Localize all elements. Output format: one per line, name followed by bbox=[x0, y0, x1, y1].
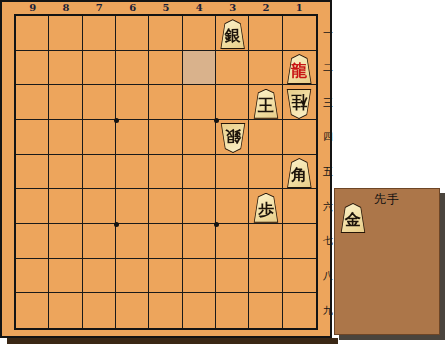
square-2-1[interactable] bbox=[249, 16, 282, 51]
piece-kanji: 銀 bbox=[225, 128, 241, 148]
piece-kanji: 王 bbox=[258, 94, 274, 114]
rank-label-4: 四 bbox=[322, 120, 334, 155]
square-4-2[interactable] bbox=[183, 51, 216, 86]
square-5-7[interactable] bbox=[149, 224, 182, 259]
square-5-2[interactable] bbox=[149, 51, 182, 86]
square-2-4[interactable] bbox=[249, 120, 282, 155]
square-6-7[interactable] bbox=[116, 224, 149, 259]
square-6-4[interactable] bbox=[116, 120, 149, 155]
square-5-8[interactable] bbox=[149, 259, 182, 294]
square-8-1[interactable] bbox=[49, 16, 82, 51]
square-6-3[interactable] bbox=[116, 85, 149, 120]
file-label-9: 9 bbox=[16, 2, 49, 14]
file-label-2: 2 bbox=[249, 2, 282, 14]
square-1-9[interactable] bbox=[283, 293, 316, 328]
square-3-6[interactable] bbox=[216, 189, 249, 224]
square-9-7[interactable] bbox=[16, 224, 49, 259]
square-8-9[interactable] bbox=[49, 293, 82, 328]
rank-label-2: 二 bbox=[322, 51, 334, 86]
file-label-3: 3 bbox=[216, 2, 249, 14]
square-5-6[interactable] bbox=[149, 189, 182, 224]
square-4-8[interactable] bbox=[183, 259, 216, 294]
square-3-5[interactable] bbox=[216, 155, 249, 190]
square-1-6[interactable] bbox=[283, 189, 316, 224]
square-2-7[interactable] bbox=[249, 224, 282, 259]
square-4-7[interactable] bbox=[183, 224, 216, 259]
square-1-1[interactable] bbox=[283, 16, 316, 51]
piece-kanji: 角 bbox=[291, 163, 307, 183]
square-6-2[interactable] bbox=[116, 51, 149, 86]
square-7-3[interactable] bbox=[83, 85, 116, 120]
square-9-3[interactable] bbox=[16, 85, 49, 120]
piece-kanji: 龍 bbox=[291, 59, 307, 79]
square-8-5[interactable] bbox=[49, 155, 82, 190]
rank-label-9: 九 bbox=[322, 293, 334, 328]
piece-face: 金 bbox=[341, 204, 365, 232]
square-5-9[interactable] bbox=[149, 293, 182, 328]
square-7-8[interactable] bbox=[83, 259, 116, 294]
piece-kanji: 銀 bbox=[225, 24, 241, 44]
square-6-8[interactable] bbox=[116, 259, 149, 294]
square-2-2[interactable] bbox=[249, 51, 282, 86]
square-3-9[interactable] bbox=[216, 293, 249, 328]
square-4-6[interactable] bbox=[183, 189, 216, 224]
square-5-4[interactable] bbox=[149, 120, 182, 155]
square-9-8[interactable] bbox=[16, 259, 49, 294]
square-9-2[interactable] bbox=[16, 51, 49, 86]
square-6-5[interactable] bbox=[116, 155, 149, 190]
square-4-1[interactable] bbox=[183, 16, 216, 51]
piece-kanji: 歩 bbox=[258, 198, 274, 218]
square-7-6[interactable] bbox=[83, 189, 116, 224]
star-point bbox=[114, 118, 119, 123]
square-1-8[interactable] bbox=[283, 259, 316, 294]
piece-kanji: 金 bbox=[345, 208, 361, 228]
star-point bbox=[214, 118, 219, 123]
star-point bbox=[114, 222, 119, 227]
square-9-4[interactable] bbox=[16, 120, 49, 155]
square-1-7[interactable] bbox=[283, 224, 316, 259]
board-panel-shadow bbox=[7, 338, 338, 344]
rank-label-8: 八 bbox=[322, 259, 334, 294]
square-7-4[interactable] bbox=[83, 120, 116, 155]
square-8-3[interactable] bbox=[49, 85, 82, 120]
square-8-7[interactable] bbox=[49, 224, 82, 259]
square-2-8[interactable] bbox=[249, 259, 282, 294]
square-9-9[interactable] bbox=[16, 293, 49, 328]
square-9-1[interactable] bbox=[16, 16, 49, 51]
square-5-1[interactable] bbox=[149, 16, 182, 51]
board-panel: 987654321 一二三四五六七八九 銀龍王桂銀角歩 bbox=[0, 0, 332, 338]
rank-label-5: 五 bbox=[322, 155, 334, 190]
square-7-7[interactable] bbox=[83, 224, 116, 259]
rank-label-3: 三 bbox=[322, 85, 334, 120]
square-2-9[interactable] bbox=[249, 293, 282, 328]
star-point bbox=[214, 222, 219, 227]
piece-kanji: 桂 bbox=[291, 94, 307, 114]
square-9-5[interactable] bbox=[16, 155, 49, 190]
square-3-2[interactable] bbox=[216, 51, 249, 86]
square-7-1[interactable] bbox=[83, 16, 116, 51]
sente-hand-tray: 先手 金 bbox=[334, 188, 440, 335]
file-label-1: 1 bbox=[283, 2, 316, 14]
square-4-9[interactable] bbox=[183, 293, 216, 328]
board-grid bbox=[16, 16, 316, 328]
square-8-8[interactable] bbox=[49, 259, 82, 294]
square-2-5[interactable] bbox=[249, 155, 282, 190]
rank-label-7: 七 bbox=[322, 224, 334, 259]
square-9-6[interactable] bbox=[16, 189, 49, 224]
shogi-board bbox=[14, 14, 318, 330]
square-8-2[interactable] bbox=[49, 51, 82, 86]
file-label-4: 4 bbox=[183, 2, 216, 14]
shogi-diagram: 987654321 一二三四五六七八九 銀龍王桂銀角歩 先手 金 bbox=[0, 0, 446, 344]
rank-label-1: 一 bbox=[322, 16, 334, 51]
square-1-4[interactable] bbox=[283, 120, 316, 155]
square-7-2[interactable] bbox=[83, 51, 116, 86]
square-7-9[interactable] bbox=[83, 293, 116, 328]
square-3-7[interactable] bbox=[216, 224, 249, 259]
file-label-6: 6 bbox=[116, 2, 149, 14]
square-6-6[interactable] bbox=[116, 189, 149, 224]
square-4-3[interactable] bbox=[183, 85, 216, 120]
square-4-4[interactable] bbox=[183, 120, 216, 155]
file-label-7: 7 bbox=[83, 2, 116, 14]
square-4-5[interactable] bbox=[183, 155, 216, 190]
square-6-1[interactable] bbox=[116, 16, 149, 51]
square-5-5[interactable] bbox=[149, 155, 182, 190]
file-label-8: 8 bbox=[49, 2, 82, 14]
file-label-5: 5 bbox=[149, 2, 182, 14]
square-3-3[interactable] bbox=[216, 85, 249, 120]
square-6-9[interactable] bbox=[116, 293, 149, 328]
square-7-5[interactable] bbox=[83, 155, 116, 190]
square-5-3[interactable] bbox=[149, 85, 182, 120]
square-3-8[interactable] bbox=[216, 259, 249, 294]
rank-label-6: 六 bbox=[322, 189, 334, 224]
square-8-6[interactable] bbox=[49, 189, 82, 224]
square-8-4[interactable] bbox=[49, 120, 82, 155]
